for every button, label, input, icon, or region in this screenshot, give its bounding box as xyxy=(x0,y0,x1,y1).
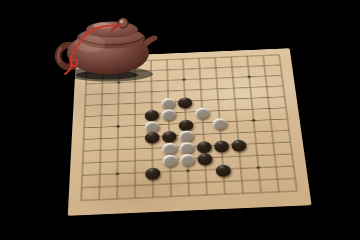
teapot-knob-highlight xyxy=(120,20,123,23)
grid-line xyxy=(279,55,297,191)
teapot xyxy=(45,10,175,85)
photo-scene: ●●●●●●●●●●●●●●●●●●●●● xyxy=(0,0,360,240)
star-point xyxy=(116,172,120,175)
star-point xyxy=(186,169,190,172)
star-point xyxy=(256,166,260,169)
star-point xyxy=(182,78,185,81)
star-point xyxy=(184,122,188,125)
star-point xyxy=(247,76,251,79)
star-point xyxy=(116,125,119,128)
star-point xyxy=(252,119,256,122)
